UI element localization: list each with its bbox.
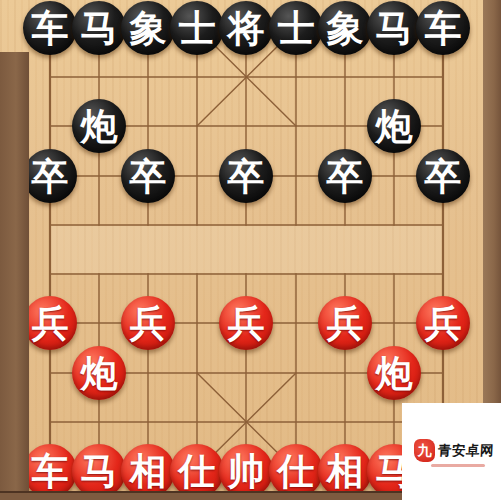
piece-red-cannon-left[interactable]: 炮 <box>72 346 126 400</box>
piece-black-elephant-right[interactable]: 象 <box>318 1 372 55</box>
piece-red-soldier-4[interactable]: 兵 <box>318 296 372 350</box>
piece-black-soldier-3[interactable]: 卒 <box>219 149 273 203</box>
piece-red-soldier-1[interactable]: 兵 <box>23 296 77 350</box>
piece-red-cannon-right[interactable]: 炮 <box>367 346 421 400</box>
watermark-underline <box>431 464 485 467</box>
watermark-logo: 九 青安卓网 <box>414 439 501 462</box>
piece-black-chariot-left[interactable]: 车 <box>23 1 77 55</box>
piece-black-horse-left[interactable]: 马 <box>72 1 126 55</box>
piece-red-advisor-left[interactable]: 仕 <box>170 444 224 498</box>
piece-black-elephant-left[interactable]: 象 <box>121 1 175 55</box>
piece-black-soldier-2[interactable]: 卒 <box>121 149 175 203</box>
watermark-site-name: 青安卓网 <box>438 442 495 460</box>
watermark-box: 九 青安卓网 <box>402 403 501 500</box>
piece-black-chariot-right[interactable]: 车 <box>416 1 470 55</box>
xiangqi-board: 车马象士将士象马车炮炮卒卒卒卒卒兵兵兵兵兵炮炮车马相仕帅仕相马车 九 青安卓网 <box>0 0 501 500</box>
piece-red-elephant-left[interactable]: 相 <box>121 444 175 498</box>
piece-black-cannon-right[interactable]: 炮 <box>367 99 421 153</box>
piece-red-general[interactable]: 帅 <box>219 444 273 498</box>
piece-red-soldier-3[interactable]: 兵 <box>219 296 273 350</box>
piece-black-horse-right[interactable]: 马 <box>367 1 421 55</box>
piece-black-advisor-right[interactable]: 士 <box>269 1 323 55</box>
piece-black-soldier-4[interactable]: 卒 <box>318 149 372 203</box>
piece-black-advisor-left[interactable]: 士 <box>170 1 224 55</box>
piece-red-soldier-2[interactable]: 兵 <box>121 296 175 350</box>
piece-red-soldier-5[interactable]: 兵 <box>416 296 470 350</box>
board-frame-left <box>0 52 29 500</box>
piece-red-chariot-left[interactable]: 车 <box>23 444 77 498</box>
piece-black-soldier-5[interactable]: 卒 <box>416 149 470 203</box>
piece-red-elephant-right[interactable]: 相 <box>318 444 372 498</box>
watermark-seal-icon: 九 <box>414 439 435 462</box>
piece-black-soldier-1[interactable]: 卒 <box>23 149 77 203</box>
piece-red-advisor-right[interactable]: 仕 <box>269 444 323 498</box>
piece-black-general[interactable]: 将 <box>219 1 273 55</box>
piece-red-horse-left[interactable]: 马 <box>72 444 126 498</box>
piece-black-cannon-left[interactable]: 炮 <box>72 99 126 153</box>
